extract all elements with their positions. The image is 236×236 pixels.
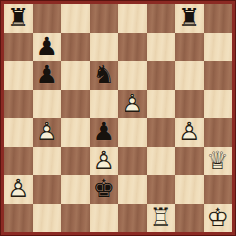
square-h8[interactable] xyxy=(204,4,233,33)
piece-black-pawn[interactable]: ♟ xyxy=(90,118,119,147)
square-d8[interactable] xyxy=(90,4,119,33)
square-c5[interactable] xyxy=(61,90,90,119)
square-d6[interactable]: ♞ xyxy=(90,61,119,90)
square-h5[interactable] xyxy=(204,90,233,119)
square-c6[interactable] xyxy=(61,61,90,90)
square-h1[interactable]: ♚♔ xyxy=(204,204,233,233)
square-g3[interactable] xyxy=(175,147,204,176)
square-a6[interactable] xyxy=(4,61,33,90)
square-h2[interactable] xyxy=(204,175,233,204)
square-e3[interactable] xyxy=(118,147,147,176)
square-f3[interactable] xyxy=(147,147,176,176)
square-e4[interactable] xyxy=(118,118,147,147)
square-f4[interactable] xyxy=(147,118,176,147)
square-e1[interactable] xyxy=(118,204,147,233)
piece-black-pawn[interactable]: ♟ xyxy=(33,33,62,62)
piece-white-pawn[interactable]: ♟♙ xyxy=(33,118,62,147)
square-b4[interactable]: ♟♙ xyxy=(33,118,62,147)
piece-black-pawn[interactable]: ♟ xyxy=(33,61,62,90)
square-g1[interactable] xyxy=(175,204,204,233)
piece-white-king[interactable]: ♚♔ xyxy=(204,204,233,233)
square-b2[interactable] xyxy=(33,175,62,204)
black-piece-glyph: ♟ xyxy=(33,33,62,62)
square-f8[interactable] xyxy=(147,4,176,33)
square-h6[interactable] xyxy=(204,61,233,90)
square-d2[interactable]: ♚ xyxy=(90,175,119,204)
square-a3[interactable] xyxy=(4,147,33,176)
square-d7[interactable] xyxy=(90,33,119,62)
piece-white-pawn[interactable]: ♟♙ xyxy=(118,90,147,119)
square-e5[interactable]: ♟♙ xyxy=(118,90,147,119)
square-d1[interactable] xyxy=(90,204,119,233)
square-f1[interactable]: ♜♖ xyxy=(147,204,176,233)
square-c7[interactable] xyxy=(61,33,90,62)
chess-board: ♜♜♟♟♞♟♙♟♙♟♟♙♟♙♛♕♟♙♚♜♖♚♔ xyxy=(4,4,232,232)
square-a4[interactable] xyxy=(4,118,33,147)
square-b6[interactable]: ♟ xyxy=(33,61,62,90)
square-b8[interactable] xyxy=(33,4,62,33)
piece-white-rook[interactable]: ♜♖ xyxy=(147,204,176,233)
white-piece-outline-layer: ♔ xyxy=(204,204,233,233)
white-piece-outline-layer: ♙ xyxy=(33,118,62,147)
white-piece-outline-layer: ♖ xyxy=(147,204,176,233)
square-e6[interactable] xyxy=(118,61,147,90)
board-frame: ♜♜♟♟♞♟♙♟♙♟♟♙♟♙♛♕♟♙♚♜♖♚♔ xyxy=(0,0,236,236)
square-f5[interactable] xyxy=(147,90,176,119)
square-f7[interactable] xyxy=(147,33,176,62)
black-piece-glyph: ♜ xyxy=(175,4,204,33)
square-g7[interactable] xyxy=(175,33,204,62)
square-g6[interactable] xyxy=(175,61,204,90)
square-d5[interactable] xyxy=(90,90,119,119)
square-a5[interactable] xyxy=(4,90,33,119)
square-a7[interactable] xyxy=(4,33,33,62)
black-piece-glyph: ♚ xyxy=(90,175,119,204)
square-c2[interactable] xyxy=(61,175,90,204)
white-piece-outline-layer: ♙ xyxy=(4,175,33,204)
square-h4[interactable] xyxy=(204,118,233,147)
white-piece-outline-layer: ♙ xyxy=(118,90,147,119)
square-c1[interactable] xyxy=(61,204,90,233)
white-piece-outline-layer: ♙ xyxy=(90,147,119,176)
square-e2[interactable] xyxy=(118,175,147,204)
square-c8[interactable] xyxy=(61,4,90,33)
square-c4[interactable] xyxy=(61,118,90,147)
white-piece-outline-layer: ♙ xyxy=(175,118,204,147)
square-b5[interactable] xyxy=(33,90,62,119)
piece-white-pawn[interactable]: ♟♙ xyxy=(4,175,33,204)
white-piece-outline-layer: ♕ xyxy=(204,147,233,176)
square-h3[interactable]: ♛♕ xyxy=(204,147,233,176)
black-piece-glyph: ♟ xyxy=(90,118,119,147)
square-e7[interactable] xyxy=(118,33,147,62)
square-b3[interactable] xyxy=(33,147,62,176)
piece-white-queen[interactable]: ♛♕ xyxy=(204,147,233,176)
square-d3[interactable]: ♟♙ xyxy=(90,147,119,176)
square-g2[interactable] xyxy=(175,175,204,204)
piece-white-pawn[interactable]: ♟♙ xyxy=(90,147,119,176)
square-e8[interactable] xyxy=(118,4,147,33)
square-a2[interactable]: ♟♙ xyxy=(4,175,33,204)
square-a8[interactable]: ♜ xyxy=(4,4,33,33)
piece-black-rook[interactable]: ♜ xyxy=(4,4,33,33)
square-g4[interactable]: ♟♙ xyxy=(175,118,204,147)
square-b1[interactable] xyxy=(33,204,62,233)
piece-black-king[interactable]: ♚ xyxy=(90,175,119,204)
square-a1[interactable] xyxy=(4,204,33,233)
black-piece-glyph: ♟ xyxy=(33,61,62,90)
square-h7[interactable] xyxy=(204,33,233,62)
square-b7[interactable]: ♟ xyxy=(33,33,62,62)
black-piece-glyph: ♜ xyxy=(4,4,33,33)
piece-white-pawn[interactable]: ♟♙ xyxy=(175,118,204,147)
square-d4[interactable]: ♟ xyxy=(90,118,119,147)
square-f6[interactable] xyxy=(147,61,176,90)
piece-black-knight[interactable]: ♞ xyxy=(90,61,119,90)
piece-black-rook[interactable]: ♜ xyxy=(175,4,204,33)
square-g5[interactable] xyxy=(175,90,204,119)
square-f2[interactable] xyxy=(147,175,176,204)
square-c3[interactable] xyxy=(61,147,90,176)
square-g8[interactable]: ♜ xyxy=(175,4,204,33)
black-piece-glyph: ♞ xyxy=(90,61,119,90)
